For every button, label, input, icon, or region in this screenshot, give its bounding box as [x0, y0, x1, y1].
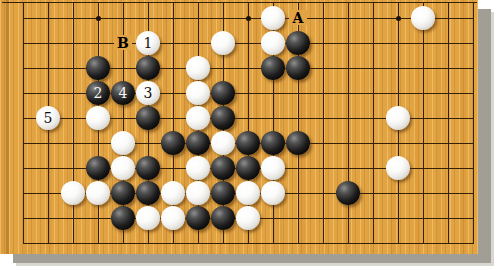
- stone-white: [111, 131, 135, 155]
- stone-white: [136, 206, 160, 230]
- stone-white: [261, 181, 285, 205]
- board-grid-line: [73, 2, 74, 244]
- move-number-label: 3: [144, 86, 153, 100]
- stone-white: [161, 206, 185, 230]
- stone-black: [236, 131, 260, 155]
- stone-white: [411, 6, 435, 30]
- board-grid-line: [23, 2, 24, 244]
- stone-black: [136, 156, 160, 180]
- move-number-label: 5: [44, 111, 53, 125]
- stone-white: [186, 181, 210, 205]
- stone-black: [186, 206, 210, 230]
- stone-white: [261, 31, 285, 55]
- stone-white: [261, 156, 285, 180]
- stone-black: [86, 56, 110, 80]
- board-grid-line: [448, 2, 449, 244]
- board-grid-line: [348, 2, 349, 244]
- stone-white: [111, 156, 135, 180]
- stone-black: [286, 131, 310, 155]
- wood-grain-streak: [6, 0, 9, 254]
- point-label-B: B: [114, 35, 132, 50]
- stone-black: [211, 206, 235, 230]
- stone-white: [161, 181, 185, 205]
- stone-black-move-2: 2: [86, 81, 110, 105]
- stone-black: [261, 131, 285, 155]
- stone-white: [61, 181, 85, 205]
- move-number-label: 1: [144, 36, 153, 50]
- stone-white-move-5: 5: [36, 106, 60, 130]
- board-grid-line: [373, 2, 374, 244]
- stone-black: [211, 181, 235, 205]
- star-point: [96, 16, 101, 21]
- board-grid-line: [23, 243, 474, 244]
- stone-black: [186, 131, 210, 155]
- stone-black: [136, 106, 160, 130]
- stone-black: [111, 206, 135, 230]
- stone-black: [336, 181, 360, 205]
- stone-white: [186, 156, 210, 180]
- board-grid-line: [23, 43, 474, 44]
- stone-white: [236, 206, 260, 230]
- stone-black: [211, 106, 235, 130]
- stone-black: [211, 156, 235, 180]
- stone-black: [211, 81, 235, 105]
- stone-black: [286, 56, 310, 80]
- stone-white: [211, 131, 235, 155]
- stone-white-move-1: 1: [136, 31, 160, 55]
- board-grid-line: [473, 2, 474, 244]
- stone-black: [86, 156, 110, 180]
- stone-white: [186, 106, 210, 130]
- stone-black: [111, 181, 135, 205]
- stone-white: [236, 181, 260, 205]
- move-number-label: 2: [94, 86, 103, 100]
- stone-white: [86, 181, 110, 205]
- stone-black: [136, 56, 160, 80]
- stone-white: [186, 81, 210, 105]
- board-grid-line: [323, 2, 324, 244]
- stone-white: [211, 31, 235, 55]
- stone-white-move-3: 3: [136, 81, 160, 105]
- stone-black-move-4: 4: [111, 81, 135, 105]
- stone-white: [386, 156, 410, 180]
- stone-white: [86, 106, 110, 130]
- stone-white: [386, 106, 410, 130]
- stone-black: [136, 181, 160, 205]
- move-number-label: 4: [119, 86, 128, 100]
- go-board: 12435AB: [0, 0, 478, 254]
- stone-black: [161, 131, 185, 155]
- stone-white: [186, 56, 210, 80]
- stone-black: [261, 56, 285, 80]
- board-grid-line: [423, 2, 424, 244]
- point-label-A: A: [289, 10, 307, 25]
- star-point: [396, 16, 401, 21]
- stone-black: [236, 156, 260, 180]
- star-point: [246, 16, 251, 21]
- stone-black: [286, 31, 310, 55]
- stone-white: [261, 6, 285, 30]
